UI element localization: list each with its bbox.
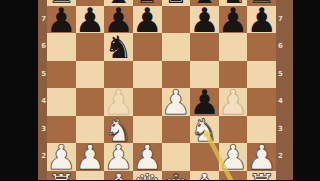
square-h7[interactable]: ♟ [247,6,276,34]
square-b1[interactable] [76,171,105,181]
piece-white-rook[interactable]: ♜ [248,171,276,180]
square-e6[interactable] [162,33,191,61]
square-g1[interactable] [219,171,248,181]
square-e7[interactable] [162,6,191,34]
piece-white-pawn[interactable]: ♟ [218,144,248,172]
square-a5[interactable] [47,61,76,89]
square-a1[interactable]: ♜ [47,171,76,181]
square-h4[interactable] [247,88,276,116]
square-f1[interactable]: ♝ [190,171,219,181]
rank-label-7: 7 [38,6,47,34]
square-c5[interactable] [104,61,133,89]
square-d5[interactable] [133,61,162,89]
chess-board-app: 87654321 ♜♝♛♚♝♞♜♟♟♟♟♟♟♟♞♟♟♟♟♞♞♟♟♟♟♟♟♜♝♛♚… [0,0,320,180]
piece-white-queen[interactable]: ♛ [133,171,161,180]
square-e3[interactable] [162,116,191,144]
rank-label-2: 2 [38,143,47,171]
rank-labels-right: 87654321 [276,0,293,180]
rank-label-7: 7 [276,6,293,34]
chess-board: ♜♝♛♚♝♞♜♟♟♟♟♟♟♟♞♟♟♟♟♞♞♟♟♟♟♟♟♜♝♛♚♝♜ [47,0,276,180]
rank-label-4: 4 [38,88,47,116]
piece-black-knight[interactable]: ♞ [105,34,133,62]
square-b7[interactable]: ♟ [76,6,105,34]
piece-white-pawn[interactable]: ♟ [161,89,191,117]
piece-black-pawn[interactable]: ♟ [246,6,276,34]
square-c1[interactable]: ♝ [104,171,133,181]
piece-white-king[interactable]: ♚ [162,171,190,180]
rank-label-5: 5 [276,61,293,89]
square-b4[interactable] [76,88,105,116]
square-d7[interactable]: ♟ [133,6,162,34]
square-f6[interactable] [190,33,219,61]
square-g2[interactable]: ♟ [219,143,248,171]
square-a6[interactable] [47,33,76,61]
square-g5[interactable] [219,61,248,89]
piece-black-pawn[interactable]: ♟ [46,6,76,34]
piece-black-pawn[interactable]: ♟ [218,6,248,34]
piece-white-rook[interactable]: ♜ [47,171,75,180]
rank-labels-left: 87654321 [38,0,47,180]
square-g6[interactable] [219,33,248,61]
rank-label-3: 3 [38,116,47,144]
piece-black-pawn[interactable]: ♟ [189,6,219,34]
piece-black-pawn[interactable]: ♟ [132,6,162,34]
rank-label-4: 4 [276,88,293,116]
square-f3[interactable]: ♞ [190,116,219,144]
rank-label-3: 3 [276,116,293,144]
rank-label-1: 1 [276,171,293,181]
piece-white-knight[interactable]: ♞ [191,116,219,144]
piece-white-bishop[interactable]: ♝ [191,171,219,180]
rank-label-5: 5 [38,61,47,89]
square-a7[interactable]: ♟ [47,6,76,34]
square-g7[interactable]: ♟ [219,6,248,34]
square-d6[interactable] [133,33,162,61]
square-b6[interactable] [76,33,105,61]
rank-label-6: 6 [38,33,47,61]
square-c6[interactable]: ♞ [104,33,133,61]
rank-label-1: 1 [38,171,47,181]
piece-black-pawn[interactable]: ♟ [75,6,105,34]
square-e4[interactable]: ♟ [162,88,191,116]
square-h5[interactable] [247,61,276,89]
square-a4[interactable] [47,88,76,116]
square-b2[interactable]: ♟ [76,143,105,171]
square-h1[interactable]: ♜ [247,171,276,181]
square-d1[interactable]: ♛ [133,171,162,181]
rank-label-6: 6 [276,33,293,61]
square-f7[interactable]: ♟ [190,6,219,34]
square-g4[interactable]: ♟ [219,88,248,116]
piece-white-bishop[interactable]: ♝ [105,171,133,180]
piece-white-pawn[interactable]: ♟ [75,144,105,172]
square-b5[interactable] [76,61,105,89]
square-e1[interactable]: ♚ [162,171,191,181]
ghost-piece-white-pawn: ♟ [219,88,248,116]
rank-label-2: 2 [276,143,293,171]
square-h6[interactable] [247,33,276,61]
square-d4[interactable] [133,88,162,116]
